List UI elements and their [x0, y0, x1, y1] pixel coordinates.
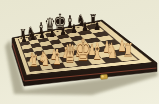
brass-clasp	[100, 74, 108, 79]
chess-set-photo: ♜♞♟♝♟♚♟♛♟♝♟♞♜♟♟♟♟♟♟♟♜♟♞♟♝♟♚♟♛♝♞♜	[0, 0, 159, 104]
